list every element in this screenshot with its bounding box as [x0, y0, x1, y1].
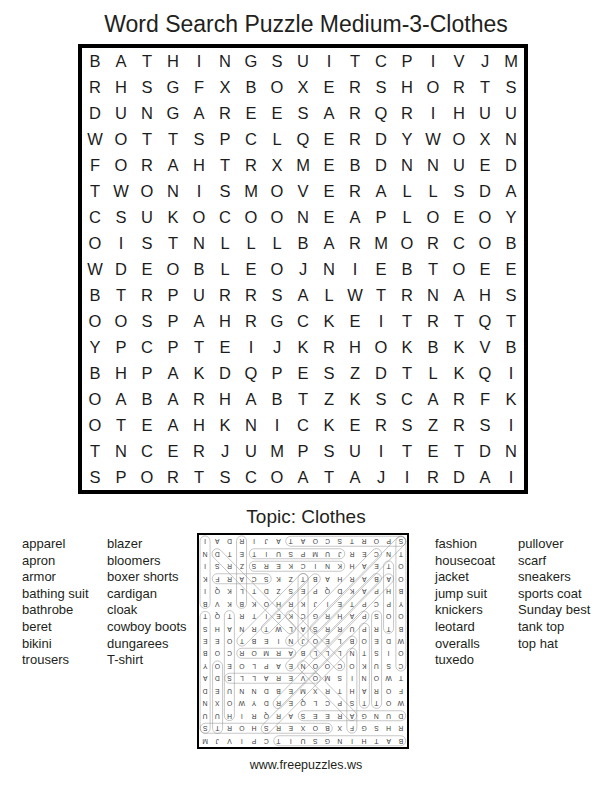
grid-cell-r2c17: S — [498, 74, 524, 100]
grid-cell-r8c5: N — [186, 230, 212, 256]
grid-cell-r9c11: I — [342, 256, 368, 282]
page: Word Search Puzzle Medium-3-Clothes BATH… — [0, 0, 612, 792]
grid-cell-r16c14: E — [420, 438, 446, 464]
grid-cell-r3c12: Q — [368, 100, 394, 126]
grid-cell-r15c10: K — [316, 412, 342, 438]
solution-word-loop-bikini — [200, 536, 211, 609]
grid-cell-r14c10: Z — [316, 386, 342, 412]
grid-cell-r2c1: R — [82, 74, 108, 100]
grid-cell-r3c5: A — [186, 100, 212, 126]
grid-cell-r3c15: H — [446, 100, 472, 126]
grid-cell-r15c1: O — [82, 412, 108, 438]
grid-cell-r7c8: O — [264, 204, 290, 230]
grid-cell-r16c17: N — [498, 438, 524, 464]
solution-word-loop-tuxedo — [212, 661, 223, 734]
grid-cell-r13c8: P — [264, 360, 290, 386]
puzzle-grid-border: BATHINGSUITCPIVJMRHSGFXBOXERSHORTSDUNGAR… — [78, 44, 528, 494]
grid-cell-r6c7: M — [238, 178, 264, 204]
grid-cell-r14c13: C — [394, 386, 420, 412]
grid-cell-r11c4: P — [160, 308, 186, 334]
grid-cell-r8c6: L — [212, 230, 238, 256]
grid-cell-r7c14: O — [420, 204, 446, 230]
grid-cell-r1c10: I — [316, 48, 342, 74]
grid-cell-r6c6: S — [212, 178, 238, 204]
grid-cell-r14c6: H — [212, 386, 238, 412]
grid-cell-r4c14: W — [420, 126, 446, 152]
grid-cell-r3c10: A — [316, 100, 342, 126]
grid-cell-r7c10: E — [316, 204, 342, 230]
word-list-item: sneakers — [518, 569, 590, 586]
grid-cell-r3c16: U — [472, 100, 498, 126]
grid-cell-r3c1: D — [82, 100, 108, 126]
word-list-item: bathrobe — [22, 602, 89, 619]
grid-cell-r1c7: G — [238, 48, 264, 74]
grid-cell-r17c5: T — [186, 464, 212, 490]
grid-cell-r10c16: H — [472, 282, 498, 308]
grid-cell-r15c6: K — [212, 412, 238, 438]
grid-cell-r16c8: M — [264, 438, 290, 464]
grid-cell-r10c3: R — [134, 282, 160, 308]
solution-thumbnail: BATHINGSUITCPIVJMRHSGFXBOXERSHORTSDUNGAR… — [197, 533, 409, 749]
grid-cell-r12c4: P — [160, 334, 186, 360]
grid-cell-r16c5: R — [186, 438, 212, 464]
grid-cell-r11c15: T — [446, 308, 472, 334]
grid-cell-r11c11: E — [342, 308, 368, 334]
grid-cell-r16c6: J — [212, 438, 238, 464]
grid-cell-r7c3: U — [134, 204, 160, 230]
solution-word-loop-jump-suit — [249, 548, 345, 559]
grid-cell-r2c10: E — [316, 74, 342, 100]
grid-cell-r15c13: S — [394, 412, 420, 438]
grid-cell-r15c5: H — [186, 412, 212, 438]
grid-cell-r9c9: J — [290, 256, 316, 282]
grid-cell-r15c8: I — [264, 412, 290, 438]
solution-word-loop-bathing-suit — [273, 736, 406, 747]
grid-cell-r12c1: Y — [82, 334, 108, 360]
word-list-item: blazer — [107, 536, 187, 553]
grid-cell-r14c8: B — [264, 386, 290, 412]
grid-cell-r17c8: O — [264, 464, 290, 490]
word-list-item: housecoat — [435, 553, 495, 570]
grid-cell-r10c4: P — [160, 282, 186, 308]
grid-cell-r1c9: U — [290, 48, 316, 74]
grid-cell-r17c11: A — [342, 464, 368, 490]
grid-cell-r5c3: R — [134, 152, 160, 178]
topic-label: Topic: Clothes — [0, 506, 612, 528]
grid-cell-r1c3: T — [134, 48, 160, 74]
word-list-item: bloomers — [107, 553, 187, 570]
grid-cell-r4c1: W — [82, 126, 108, 152]
grid-cell-r4c8: L — [264, 126, 290, 152]
grid-cell-r1c1: B — [82, 48, 108, 74]
grid-cell-r5c2: O — [108, 152, 134, 178]
grid-cell-r13c14: L — [420, 360, 446, 386]
grid-cell-r11c14: R — [420, 308, 446, 334]
grid-cell-r5c7: R — [238, 152, 264, 178]
grid-cell-r10c6: R — [212, 282, 238, 308]
grid-cell-r11c7: R — [238, 308, 264, 334]
grid-cell-r1c12: C — [368, 48, 394, 74]
grid-cell-r13c6: D — [212, 360, 238, 386]
footer-url: www.freepuzzles.ws — [0, 758, 612, 772]
grid-cell-r12c2: P — [108, 334, 134, 360]
grid-cell-r2c13: H — [394, 74, 420, 100]
word-list-item: trousers — [22, 652, 89, 669]
solution-word-loop-sunday-best — [200, 611, 211, 734]
solution-word-loop-armor — [237, 648, 296, 659]
grid-cell-r4c4: T — [160, 126, 186, 152]
word-list-column-1: apparelapronarmorbathing suitbathrobeber… — [22, 536, 89, 669]
grid-cell-r16c12: I — [368, 438, 394, 464]
grid-cell-r10c11: W — [342, 282, 368, 308]
solution-word-loop-top-hat — [383, 561, 394, 634]
grid-cell-r9c14: T — [420, 256, 446, 282]
grid-cell-r17c14: R — [420, 464, 446, 490]
grid-cell-r7c12: P — [368, 204, 394, 230]
grid-cell-r7c16: O — [472, 204, 498, 230]
grid-cell-r4c5: S — [186, 126, 212, 152]
grid-cell-r9c7: E — [238, 256, 264, 282]
grid-cell-r2c5: F — [186, 74, 212, 100]
grid-cell-r8c2: I — [108, 230, 134, 256]
grid-cell-r17c15: D — [446, 464, 472, 490]
word-list-item: jump suit — [435, 586, 495, 603]
grid-cell-r6c3: O — [134, 178, 160, 204]
grid-cell-r11c8: G — [264, 308, 290, 334]
grid-cell-r10c15: A — [446, 282, 472, 308]
grid-cell-r4c7: C — [238, 126, 264, 152]
grid-cell-r15c4: A — [160, 412, 186, 438]
word-list-item: bikini — [22, 636, 89, 653]
word-list-item: cowboy boots — [107, 619, 187, 636]
grid-cell-r4c17: N — [498, 126, 524, 152]
grid-cell-r9c4: O — [160, 256, 186, 282]
grid-cell-r5c15: U — [446, 152, 472, 178]
grid-cell-r13c4: A — [160, 360, 186, 386]
grid-cell-r13c9: E — [290, 360, 316, 386]
grid-cell-r11c9: C — [290, 308, 316, 334]
grid-cell-r1c8: S — [264, 48, 290, 74]
grid-cell-r10c10: L — [316, 282, 342, 308]
grid-cell-r9c17: E — [498, 256, 524, 282]
grid-cell-r10c8: S — [264, 282, 290, 308]
word-list-item: fashion — [435, 536, 495, 553]
grid-cell-r14c7: A — [238, 386, 264, 412]
grid-cell-r6c10: E — [316, 178, 342, 204]
grid-cell-r1c6: N — [212, 48, 238, 74]
grid-cell-r7c15: E — [446, 204, 472, 230]
grid-cell-r11c10: K — [316, 308, 342, 334]
grid-cell-r9c6: L — [212, 256, 238, 282]
grid-cell-r12c10: R — [316, 334, 342, 360]
grid-cell-r14c15: R — [446, 386, 472, 412]
grid-cell-r6c4: N — [160, 178, 186, 204]
grid-cell-r10c1: B — [82, 282, 108, 308]
grid-cell-r9c5: B — [186, 256, 212, 282]
grid-cell-r14c11: K — [342, 386, 368, 412]
grid-cell-r12c15: K — [446, 334, 472, 360]
solution-word-loop-fashion — [347, 648, 358, 733]
grid-cell-r6c2: W — [108, 178, 134, 204]
grid-cell-r7c11: A — [342, 204, 368, 230]
grid-cell-r17c9: A — [290, 464, 316, 490]
grid-cell-r13c12: D — [368, 360, 394, 386]
grid-cell-r1c15: V — [446, 48, 472, 74]
grid-cell-r14c2: A — [108, 386, 134, 412]
grid-cell-r7c13: L — [394, 204, 420, 230]
grid-cell-r14c3: B — [134, 386, 160, 412]
grid-cell-r6c8: O — [264, 178, 290, 204]
grid-cell-r5c1: F — [82, 152, 108, 178]
grid-cell-r8c11: R — [342, 230, 368, 256]
grid-cell-r1c5: I — [186, 48, 212, 74]
grid-cell-r9c16: E — [472, 256, 498, 282]
grid-cell-r5c13: N — [394, 152, 420, 178]
grid-cell-r11c6: H — [212, 308, 238, 334]
grid-cell-r2c2: H — [108, 74, 134, 100]
grid-cell-r3c4: G — [160, 100, 186, 126]
grid-cell-r15c7: N — [238, 412, 264, 438]
grid-cell-r15c12: R — [368, 412, 394, 438]
grid-cell-r9c2: D — [108, 256, 134, 282]
grid-cell-r17c16: A — [472, 464, 498, 490]
grid-cell-r2c4: G — [160, 74, 186, 100]
grid-cell-r3c14: I — [420, 100, 446, 126]
word-list-item: tuxedo — [435, 652, 495, 669]
grid-cell-r6c16: D — [472, 178, 498, 204]
grid-cell-r1c17: M — [498, 48, 524, 74]
grid-cell-r6c1: T — [82, 178, 108, 204]
grid-cell-r8c16: O — [472, 230, 498, 256]
word-list-item: overalls — [435, 636, 495, 653]
grid-cell-r2c8: O — [264, 74, 290, 100]
grid-cell-r2c11: R — [342, 74, 368, 100]
word-list-item: scarf — [518, 553, 590, 570]
grid-cell-r13c15: K — [446, 360, 472, 386]
grid-cell-r1c14: I — [420, 48, 446, 74]
grid-cell-r6c17: A — [498, 178, 524, 204]
grid-cell-r13c11: Z — [342, 360, 368, 386]
word-list-item: Sunday best — [518, 602, 590, 619]
grid-cell-r11c17: T — [498, 308, 524, 334]
grid-cell-r1c11: T — [342, 48, 368, 74]
solution-word-loop-tank-top — [359, 623, 370, 708]
grid-cell-r13c1: B — [82, 360, 108, 386]
grid-cell-r9c8: O — [264, 256, 290, 282]
word-list-column-4: pulloverscarfsneakerssports coatSunday b… — [518, 536, 590, 652]
word-search-grid: BATHINGSUITCPIVJMRHSGFXBOXERSHORTSDUNGAR… — [82, 48, 524, 490]
grid-cell-r10c9: A — [290, 282, 316, 308]
grid-cell-r1c16: J — [472, 48, 498, 74]
grid-cell-r17c3: O — [134, 464, 160, 490]
grid-cell-r8c1: O — [82, 230, 108, 256]
grid-cell-r13c3: P — [134, 360, 160, 386]
grid-cell-r17c6: S — [212, 464, 238, 490]
grid-cell-r11c12: I — [368, 308, 394, 334]
grid-cell-r11c13: T — [394, 308, 420, 334]
grid-cell-r7c7: O — [238, 204, 264, 230]
grid-cell-r5c14: N — [420, 152, 446, 178]
grid-cell-r3c9: S — [290, 100, 316, 126]
grid-cell-r15c14: Z — [420, 412, 446, 438]
grid-cell-r15c16: S — [472, 412, 498, 438]
grid-cell-r4c2: O — [108, 126, 134, 152]
word-list-item: T-shirt — [107, 652, 187, 669]
grid-cell-r12c6: E — [212, 334, 238, 360]
grid-cell-r3c17: U — [498, 100, 524, 126]
grid-cell-r16c15: T — [446, 438, 472, 464]
grid-cell-r11c1: O — [82, 308, 108, 334]
grid-cell-r15c17: I — [498, 412, 524, 438]
grid-cell-r10c7: R — [238, 282, 264, 308]
grid-cell-r14c1: O — [82, 386, 108, 412]
grid-cell-r6c15: S — [446, 178, 472, 204]
grid-cell-r7c2: S — [108, 204, 134, 230]
word-list-item: sports coat — [518, 586, 590, 603]
grid-cell-r12c5: T — [186, 334, 212, 360]
grid-cell-r5c8: X — [264, 152, 290, 178]
grid-cell-r2c15: R — [446, 74, 472, 100]
grid-cell-r13c5: K — [186, 360, 212, 386]
grid-cell-r11c2: O — [108, 308, 134, 334]
grid-cell-r14c12: S — [368, 386, 394, 412]
grid-cell-r9c10: N — [316, 256, 342, 282]
grid-cell-r5c17: D — [498, 152, 524, 178]
grid-cell-r6c9: V — [290, 178, 316, 204]
grid-cell-r14c16: F — [472, 386, 498, 412]
grid-cell-r16c7: U — [238, 438, 264, 464]
grid-cell-r16c10: S — [316, 438, 342, 464]
grid-cell-r13c16: Q — [472, 360, 498, 386]
grid-cell-r13c10: S — [316, 360, 342, 386]
grid-cell-r2c3: S — [134, 74, 160, 100]
grid-cell-r4c12: D — [368, 126, 394, 152]
grid-cell-r5c5: H — [186, 152, 212, 178]
grid-cell-r13c7: Q — [238, 360, 264, 386]
grid-cell-r5c9: M — [290, 152, 316, 178]
grid-cell-r1c2: A — [108, 48, 134, 74]
grid-cell-r7c5: O — [186, 204, 212, 230]
grid-cell-r12c8: J — [264, 334, 290, 360]
grid-cell-r12c14: B — [420, 334, 446, 360]
grid-cell-r14c5: R — [186, 386, 212, 412]
grid-cell-r1c13: P — [394, 48, 420, 74]
word-list-column-2: blazerbloomersboxer shortscardigancloakc… — [107, 536, 187, 669]
word-list-item: knickers — [435, 602, 495, 619]
grid-cell-r3c8: E — [264, 100, 290, 126]
page-title: Word Search Puzzle Medium-3-Clothes — [0, 11, 612, 38]
grid-cell-r14c14: A — [420, 386, 446, 412]
grid-cell-r4c9: Q — [290, 126, 316, 152]
grid-cell-r8c10: A — [316, 230, 342, 256]
grid-cell-r4c6: P — [212, 126, 238, 152]
grid-cell-r8c4: T — [160, 230, 186, 256]
grid-cell-r13c2: H — [108, 360, 134, 386]
grid-cell-r16c9: P — [290, 438, 316, 464]
grid-cell-r16c13: T — [394, 438, 420, 464]
grid-cell-r6c11: R — [342, 178, 368, 204]
grid-cell-r3c6: R — [212, 100, 238, 126]
grid-cell-r11c16: Q — [472, 308, 498, 334]
grid-cell-r12c3: C — [134, 334, 160, 360]
grid-cell-r2c16: T — [472, 74, 498, 100]
word-list-item: apron — [22, 553, 89, 570]
grid-cell-r8c8: L — [264, 230, 290, 256]
grid-cell-r17c13: I — [394, 464, 420, 490]
solution-word-loop-cowboy-boots — [396, 536, 407, 671]
solution-word-loop-trousers — [371, 611, 382, 709]
grid-cell-r2c14: O — [420, 74, 446, 100]
grid-cell-r17c17: I — [498, 464, 524, 490]
grid-cell-r7c6: C — [212, 204, 238, 230]
grid-cell-r7c1: C — [82, 204, 108, 230]
grid-cell-r17c4: R — [160, 464, 186, 490]
grid-cell-r11c3: S — [134, 308, 160, 334]
word-list-item: top hat — [518, 636, 590, 653]
grid-cell-r17c2: P — [108, 464, 134, 490]
word-list-item: armor — [22, 569, 89, 586]
grid-cell-r14c9: T — [290, 386, 316, 412]
grid-cell-r10c17: S — [498, 282, 524, 308]
solution-word-loop-scarf — [212, 573, 271, 584]
grid-cell-r7c9: N — [290, 204, 316, 230]
grid-cell-r8c17: B — [498, 230, 524, 256]
grid-cell-r4c15: O — [446, 126, 472, 152]
grid-cell-r7c17: Y — [498, 204, 524, 230]
grid-cell-r4c16: X — [472, 126, 498, 152]
grid-cell-r15c11: E — [342, 412, 368, 438]
word-list-item: cloak — [107, 602, 187, 619]
grid-cell-r5c11: B — [342, 152, 368, 178]
solution-word-loop-sports-coat — [286, 536, 407, 547]
grid-cell-r6c12: A — [368, 178, 394, 204]
grid-cell-r16c4: E — [160, 438, 186, 464]
word-list-item: jacket — [435, 569, 495, 586]
grid-cell-r5c10: E — [316, 152, 342, 178]
grid-cell-r14c17: K — [498, 386, 524, 412]
word-list-column-3: fashionhousecoatjacketjump suitknickersl… — [435, 536, 495, 669]
grid-cell-r8c9: B — [290, 230, 316, 256]
grid-cell-r6c5: I — [186, 178, 212, 204]
solution-word-loop-knickers — [249, 561, 345, 572]
grid-cell-r10c13: R — [394, 282, 420, 308]
grid-cell-r17c1: S — [82, 464, 108, 490]
grid-cell-r16c11: U — [342, 438, 368, 464]
grid-cell-r16c16: D — [472, 438, 498, 464]
grid-cell-r9c3: E — [134, 256, 160, 282]
grid-cell-r8c15: C — [446, 230, 472, 256]
solution-rotated-wrapper: BATHINGSUITCPIVJMRHSGFXBOXERSHORTSDUNGAR… — [199, 535, 407, 747]
grid-cell-r9c1: W — [82, 256, 108, 282]
grid-cell-r12c7: I — [238, 334, 264, 360]
grid-cell-r5c16: E — [472, 152, 498, 178]
grid-cell-r4c3: T — [134, 126, 160, 152]
grid-cell-r15c2: T — [108, 412, 134, 438]
grid-cell-r8c7: L — [238, 230, 264, 256]
grid-cell-r8c3: S — [134, 230, 160, 256]
grid-cell-r16c1: T — [82, 438, 108, 464]
grid-cell-r8c13: O — [394, 230, 420, 256]
grid-cell-r5c12: D — [368, 152, 394, 178]
grid-cell-r10c14: N — [420, 282, 446, 308]
grid-cell-r11c5: A — [186, 308, 212, 334]
solution-overlay — [199, 535, 407, 747]
word-list-item: boxer shorts — [107, 569, 187, 586]
grid-cell-r10c12: T — [368, 282, 394, 308]
grid-cell-r17c7: C — [238, 464, 264, 490]
grid-cell-r9c12: E — [368, 256, 394, 282]
word-list-item: leotard — [435, 619, 495, 636]
